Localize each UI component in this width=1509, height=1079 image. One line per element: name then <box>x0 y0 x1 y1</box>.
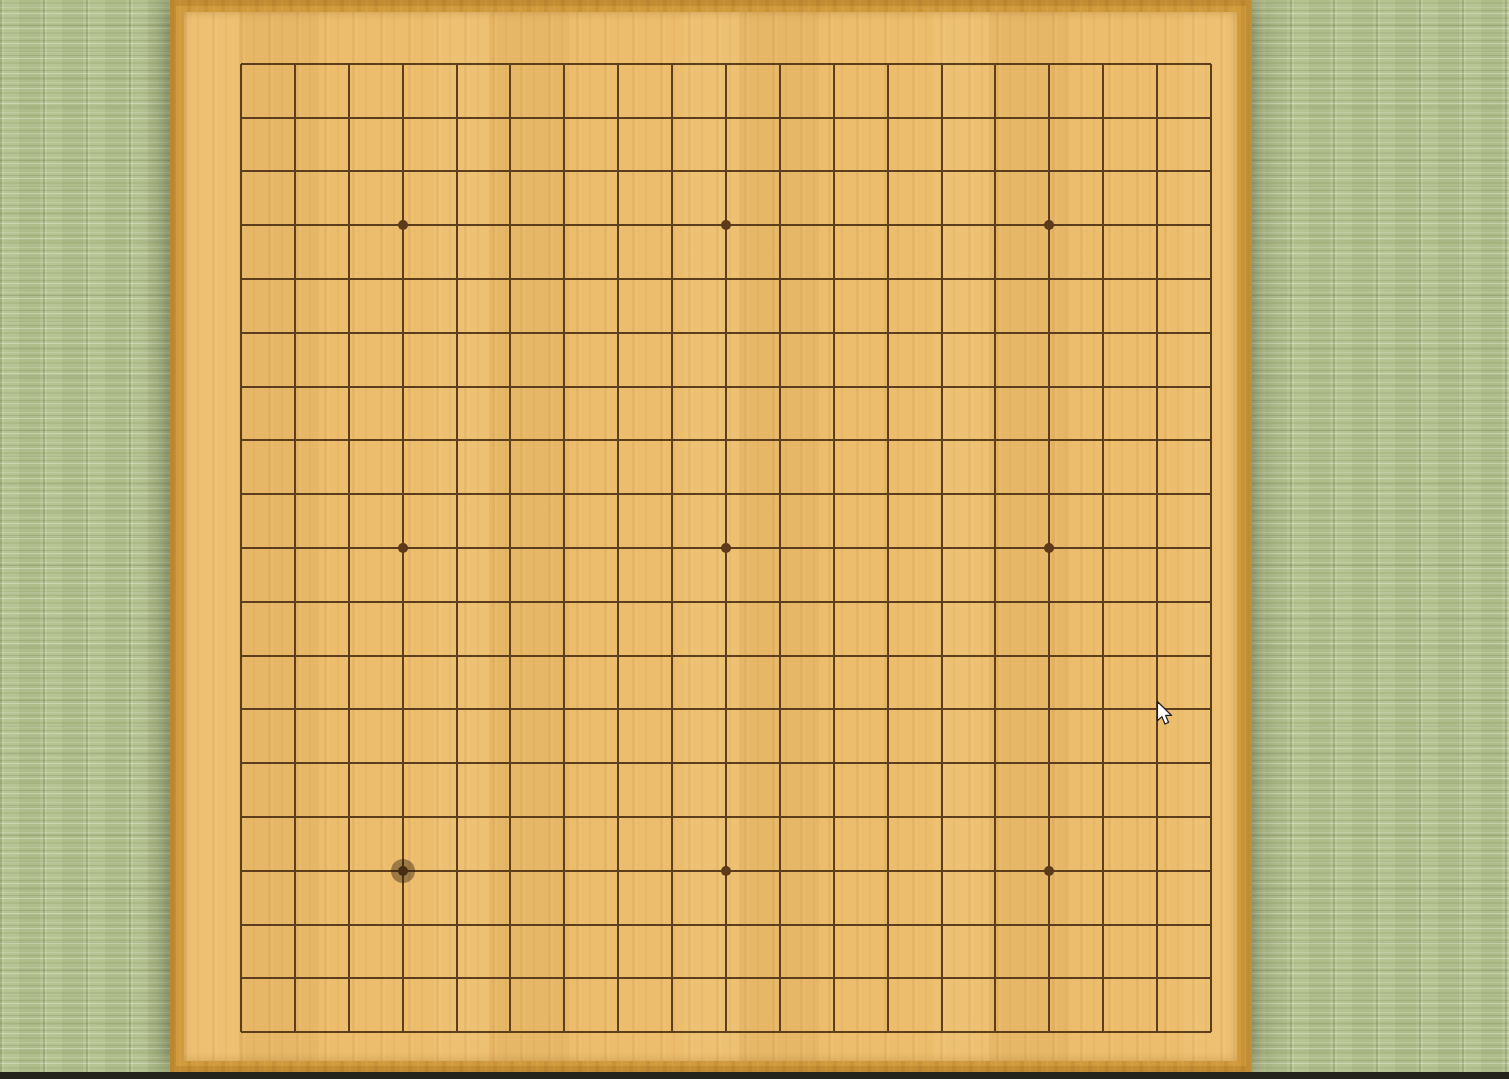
intersection-G1[interactable] <box>537 1005 591 1059</box>
intersection-R5[interactable] <box>1076 790 1130 844</box>
intersection-F9[interactable] <box>483 575 537 629</box>
intersection-F17[interactable] <box>483 145 537 199</box>
intersection-N5[interactable] <box>861 790 915 844</box>
intersection-T17[interactable] <box>1184 145 1238 199</box>
intersection-L13[interactable] <box>753 360 807 414</box>
intersection-F5[interactable] <box>483 790 537 844</box>
intersection-O8[interactable] <box>915 629 969 683</box>
intersection-R2[interactable] <box>1076 951 1130 1005</box>
intersection-A17[interactable] <box>214 145 268 199</box>
intersection-A9[interactable] <box>214 575 268 629</box>
intersection-D19[interactable] <box>376 37 430 91</box>
intersection-A8[interactable] <box>214 629 268 683</box>
intersection-Q15[interactable] <box>1022 252 1076 306</box>
intersection-Q8[interactable] <box>1022 629 1076 683</box>
intersection-N4[interactable] <box>861 844 915 898</box>
intersection-O16[interactable] <box>915 198 969 252</box>
intersection-O3[interactable] <box>915 898 969 952</box>
intersection-P12[interactable] <box>969 414 1023 468</box>
intersection-K3[interactable] <box>699 898 753 952</box>
intersection-N13[interactable] <box>861 360 915 414</box>
intersection-E3[interactable] <box>430 898 484 952</box>
intersection-L4[interactable] <box>753 844 807 898</box>
intersection-M14[interactable] <box>807 306 861 360</box>
intersection-G18[interactable] <box>537 91 591 145</box>
intersection-K2[interactable] <box>699 951 753 1005</box>
intersection-D8[interactable] <box>376 629 430 683</box>
intersection-S10[interactable] <box>1130 521 1184 575</box>
intersection-D12[interactable] <box>376 414 430 468</box>
intersection-E15[interactable] <box>430 252 484 306</box>
intersection-S16[interactable] <box>1130 198 1184 252</box>
intersection-M3[interactable] <box>807 898 861 952</box>
intersection-O15[interactable] <box>915 252 969 306</box>
intersection-P14[interactable] <box>969 306 1023 360</box>
intersection-G3[interactable] <box>537 898 591 952</box>
intersection-T8[interactable] <box>1184 629 1238 683</box>
intersection-Q17[interactable] <box>1022 145 1076 199</box>
intersection-O13[interactable] <box>915 360 969 414</box>
intersection-E11[interactable] <box>430 467 484 521</box>
intersection-H5[interactable] <box>591 790 645 844</box>
intersection-N12[interactable] <box>861 414 915 468</box>
intersection-P16[interactable] <box>969 198 1023 252</box>
intersection-A13[interactable] <box>214 360 268 414</box>
intersection-P10[interactable] <box>969 521 1023 575</box>
intersection-F8[interactable] <box>483 629 537 683</box>
intersection-D17[interactable] <box>376 145 430 199</box>
intersection-Q12[interactable] <box>1022 414 1076 468</box>
intersection-D2[interactable] <box>376 951 430 1005</box>
intersection-D11[interactable] <box>376 467 430 521</box>
intersection-M19[interactable] <box>807 37 861 91</box>
intersection-D18[interactable] <box>376 91 430 145</box>
intersection-D3[interactable] <box>376 898 430 952</box>
intersection-T5[interactable] <box>1184 790 1238 844</box>
intersection-Q13[interactable] <box>1022 360 1076 414</box>
intersection-R1[interactable] <box>1076 1005 1130 1059</box>
intersection-C8[interactable] <box>322 629 376 683</box>
intersection-G6[interactable] <box>537 736 591 790</box>
intersection-K18[interactable] <box>699 91 753 145</box>
intersection-A10[interactable] <box>214 521 268 575</box>
intersection-G9[interactable] <box>537 575 591 629</box>
intersection-L2[interactable] <box>753 951 807 1005</box>
intersection-M17[interactable] <box>807 145 861 199</box>
intersection-F3[interactable] <box>483 898 537 952</box>
intersection-O5[interactable] <box>915 790 969 844</box>
intersection-C15[interactable] <box>322 252 376 306</box>
intersection-N7[interactable] <box>861 682 915 736</box>
intersection-B14[interactable] <box>268 306 322 360</box>
intersection-Q4[interactable] <box>1022 844 1076 898</box>
intersection-K1[interactable] <box>699 1005 753 1059</box>
intersection-N17[interactable] <box>861 145 915 199</box>
intersection-D14[interactable] <box>376 306 430 360</box>
intersection-E18[interactable] <box>430 91 484 145</box>
intersection-Q1[interactable] <box>1022 1005 1076 1059</box>
intersection-O18[interactable] <box>915 91 969 145</box>
intersection-S19[interactable] <box>1130 37 1184 91</box>
intersection-C5[interactable] <box>322 790 376 844</box>
intersection-T7[interactable] <box>1184 682 1238 736</box>
intersection-S8[interactable] <box>1130 629 1184 683</box>
intersection-O19[interactable] <box>915 37 969 91</box>
intersection-K16[interactable] <box>699 198 753 252</box>
intersection-G7[interactable] <box>537 682 591 736</box>
intersection-M12[interactable] <box>807 414 861 468</box>
intersection-F12[interactable] <box>483 414 537 468</box>
intersection-Q16[interactable] <box>1022 198 1076 252</box>
intersection-L11[interactable] <box>753 467 807 521</box>
intersection-P11[interactable] <box>969 467 1023 521</box>
intersection-J17[interactable] <box>645 145 699 199</box>
intersection-H16[interactable] <box>591 198 645 252</box>
intersection-S3[interactable] <box>1130 898 1184 952</box>
intersection-R13[interactable] <box>1076 360 1130 414</box>
intersection-A15[interactable] <box>214 252 268 306</box>
intersection-E4[interactable] <box>430 844 484 898</box>
intersection-P5[interactable] <box>969 790 1023 844</box>
intersection-M1[interactable] <box>807 1005 861 1059</box>
intersection-K12[interactable] <box>699 414 753 468</box>
intersection-R12[interactable] <box>1076 414 1130 468</box>
intersection-S12[interactable] <box>1130 414 1184 468</box>
intersection-M16[interactable] <box>807 198 861 252</box>
intersection-N14[interactable] <box>861 306 915 360</box>
intersection-H17[interactable] <box>591 145 645 199</box>
intersection-N3[interactable] <box>861 898 915 952</box>
intersection-J10[interactable] <box>645 521 699 575</box>
intersection-Q19[interactable] <box>1022 37 1076 91</box>
intersection-M11[interactable] <box>807 467 861 521</box>
intersection-J7[interactable] <box>645 682 699 736</box>
intersection-C3[interactable] <box>322 898 376 952</box>
intersection-A6[interactable] <box>214 736 268 790</box>
intersection-B8[interactable] <box>268 629 322 683</box>
intersection-G5[interactable] <box>537 790 591 844</box>
intersection-R4[interactable] <box>1076 844 1130 898</box>
intersection-C4[interactable] <box>322 844 376 898</box>
intersection-R9[interactable] <box>1076 575 1130 629</box>
intersection-J16[interactable] <box>645 198 699 252</box>
intersection-D7[interactable] <box>376 682 430 736</box>
intersection-P18[interactable] <box>969 91 1023 145</box>
intersection-E19[interactable] <box>430 37 484 91</box>
intersection-P9[interactable] <box>969 575 1023 629</box>
intersection-S2[interactable] <box>1130 951 1184 1005</box>
intersection-F4[interactable] <box>483 844 537 898</box>
intersection-F18[interactable] <box>483 91 537 145</box>
intersection-T4[interactable] <box>1184 844 1238 898</box>
intersection-S7[interactable] <box>1130 682 1184 736</box>
intersection-T16[interactable] <box>1184 198 1238 252</box>
intersection-K7[interactable] <box>699 682 753 736</box>
intersection-J5[interactable] <box>645 790 699 844</box>
intersection-J3[interactable] <box>645 898 699 952</box>
intersection-R10[interactable] <box>1076 521 1130 575</box>
intersection-C17[interactable] <box>322 145 376 199</box>
intersection-S15[interactable] <box>1130 252 1184 306</box>
intersection-M13[interactable] <box>807 360 861 414</box>
intersection-B16[interactable] <box>268 198 322 252</box>
intersection-D10[interactable] <box>376 521 430 575</box>
intersection-H14[interactable] <box>591 306 645 360</box>
intersection-Q7[interactable] <box>1022 682 1076 736</box>
intersection-T9[interactable] <box>1184 575 1238 629</box>
intersection-F11[interactable] <box>483 467 537 521</box>
intersection-T6[interactable] <box>1184 736 1238 790</box>
intersection-J6[interactable] <box>645 736 699 790</box>
intersection-O10[interactable] <box>915 521 969 575</box>
intersection-M4[interactable] <box>807 844 861 898</box>
intersection-E5[interactable] <box>430 790 484 844</box>
intersection-D5[interactable] <box>376 790 430 844</box>
intersection-O2[interactable] <box>915 951 969 1005</box>
intersection-R16[interactable] <box>1076 198 1130 252</box>
intersection-D4[interactable] <box>376 844 430 898</box>
intersection-M5[interactable] <box>807 790 861 844</box>
intersection-F16[interactable] <box>483 198 537 252</box>
intersection-B10[interactable] <box>268 521 322 575</box>
intersection-J15[interactable] <box>645 252 699 306</box>
intersection-T11[interactable] <box>1184 467 1238 521</box>
intersection-C9[interactable] <box>322 575 376 629</box>
intersection-G2[interactable] <box>537 951 591 1005</box>
intersection-L1[interactable] <box>753 1005 807 1059</box>
intersection-P15[interactable] <box>969 252 1023 306</box>
intersection-N15[interactable] <box>861 252 915 306</box>
intersection-A18[interactable] <box>214 91 268 145</box>
intersection-M2[interactable] <box>807 951 861 1005</box>
intersection-N10[interactable] <box>861 521 915 575</box>
intersection-H15[interactable] <box>591 252 645 306</box>
intersection-B6[interactable] <box>268 736 322 790</box>
intersection-O4[interactable] <box>915 844 969 898</box>
intersection-N18[interactable] <box>861 91 915 145</box>
intersection-A11[interactable] <box>214 467 268 521</box>
intersection-R19[interactable] <box>1076 37 1130 91</box>
intersection-Q2[interactable] <box>1022 951 1076 1005</box>
intersection-F6[interactable] <box>483 736 537 790</box>
intersection-A12[interactable] <box>214 414 268 468</box>
intersection-K17[interactable] <box>699 145 753 199</box>
intersection-H3[interactable] <box>591 898 645 952</box>
intersection-T2[interactable] <box>1184 951 1238 1005</box>
intersection-G14[interactable] <box>537 306 591 360</box>
intersection-J14[interactable] <box>645 306 699 360</box>
intersection-E7[interactable] <box>430 682 484 736</box>
intersection-T1[interactable] <box>1184 1005 1238 1059</box>
intersection-H6[interactable] <box>591 736 645 790</box>
intersection-K14[interactable] <box>699 306 753 360</box>
intersection-A4[interactable] <box>214 844 268 898</box>
intersection-O1[interactable] <box>915 1005 969 1059</box>
intersection-E2[interactable] <box>430 951 484 1005</box>
intersection-P3[interactable] <box>969 898 1023 952</box>
intersection-M8[interactable] <box>807 629 861 683</box>
intersection-L5[interactable] <box>753 790 807 844</box>
intersection-G16[interactable] <box>537 198 591 252</box>
intersection-E6[interactable] <box>430 736 484 790</box>
intersection-G12[interactable] <box>537 414 591 468</box>
intersection-A2[interactable] <box>214 951 268 1005</box>
intersection-K4[interactable] <box>699 844 753 898</box>
intersection-P7[interactable] <box>969 682 1023 736</box>
intersection-L18[interactable] <box>753 91 807 145</box>
intersection-A14[interactable] <box>214 306 268 360</box>
intersection-A19[interactable] <box>214 37 268 91</box>
intersection-H8[interactable] <box>591 629 645 683</box>
intersection-L3[interactable] <box>753 898 807 952</box>
intersection-T14[interactable] <box>1184 306 1238 360</box>
intersection-N11[interactable] <box>861 467 915 521</box>
intersection-M15[interactable] <box>807 252 861 306</box>
intersection-G10[interactable] <box>537 521 591 575</box>
intersection-N8[interactable] <box>861 629 915 683</box>
intersection-S11[interactable] <box>1130 467 1184 521</box>
intersection-T13[interactable] <box>1184 360 1238 414</box>
intersection-C10[interactable] <box>322 521 376 575</box>
intersection-F1[interactable] <box>483 1005 537 1059</box>
intersection-R18[interactable] <box>1076 91 1130 145</box>
intersection-H7[interactable] <box>591 682 645 736</box>
intersection-R17[interactable] <box>1076 145 1130 199</box>
intersection-M18[interactable] <box>807 91 861 145</box>
intersection-A1[interactable] <box>214 1005 268 1059</box>
intersection-E14[interactable] <box>430 306 484 360</box>
intersection-B5[interactable] <box>268 790 322 844</box>
intersection-J11[interactable] <box>645 467 699 521</box>
intersection-K10[interactable] <box>699 521 753 575</box>
intersection-H13[interactable] <box>591 360 645 414</box>
intersection-D6[interactable] <box>376 736 430 790</box>
intersection-C12[interactable] <box>322 414 376 468</box>
intersection-T18[interactable] <box>1184 91 1238 145</box>
intersection-R15[interactable] <box>1076 252 1130 306</box>
intersection-B3[interactable] <box>268 898 322 952</box>
intersection-L17[interactable] <box>753 145 807 199</box>
intersection-L6[interactable] <box>753 736 807 790</box>
intersection-S9[interactable] <box>1130 575 1184 629</box>
intersection-Q3[interactable] <box>1022 898 1076 952</box>
intersection-C19[interactable] <box>322 37 376 91</box>
intersection-T19[interactable] <box>1184 37 1238 91</box>
intersection-K5[interactable] <box>699 790 753 844</box>
intersection-T15[interactable] <box>1184 252 1238 306</box>
intersection-F10[interactable] <box>483 521 537 575</box>
intersection-G17[interactable] <box>537 145 591 199</box>
intersection-L19[interactable] <box>753 37 807 91</box>
intersection-F14[interactable] <box>483 306 537 360</box>
intersection-S13[interactable] <box>1130 360 1184 414</box>
intersection-F7[interactable] <box>483 682 537 736</box>
intersection-P4[interactable] <box>969 844 1023 898</box>
intersection-O7[interactable] <box>915 682 969 736</box>
intersection-R14[interactable] <box>1076 306 1130 360</box>
intersection-J9[interactable] <box>645 575 699 629</box>
intersection-E10[interactable] <box>430 521 484 575</box>
intersection-B12[interactable] <box>268 414 322 468</box>
intersection-L15[interactable] <box>753 252 807 306</box>
intersection-E13[interactable] <box>430 360 484 414</box>
intersection-G13[interactable] <box>537 360 591 414</box>
intersection-L10[interactable] <box>753 521 807 575</box>
intersection-K11[interactable] <box>699 467 753 521</box>
intersection-C6[interactable] <box>322 736 376 790</box>
intersection-F2[interactable] <box>483 951 537 1005</box>
intersection-O11[interactable] <box>915 467 969 521</box>
intersection-R11[interactable] <box>1076 467 1130 521</box>
intersection-D9[interactable] <box>376 575 430 629</box>
intersection-L8[interactable] <box>753 629 807 683</box>
intersection-B2[interactable] <box>268 951 322 1005</box>
intersection-T12[interactable] <box>1184 414 1238 468</box>
intersection-S4[interactable] <box>1130 844 1184 898</box>
intersection-R8[interactable] <box>1076 629 1130 683</box>
intersection-M10[interactable] <box>807 521 861 575</box>
intersection-P1[interactable] <box>969 1005 1023 1059</box>
intersection-P19[interactable] <box>969 37 1023 91</box>
intersection-G8[interactable] <box>537 629 591 683</box>
intersection-P8[interactable] <box>969 629 1023 683</box>
intersection-F13[interactable] <box>483 360 537 414</box>
intersection-T3[interactable] <box>1184 898 1238 952</box>
intersection-T10[interactable] <box>1184 521 1238 575</box>
intersection-D13[interactable] <box>376 360 430 414</box>
intersection-Q10[interactable] <box>1022 521 1076 575</box>
intersection-G19[interactable] <box>537 37 591 91</box>
intersection-J1[interactable] <box>645 1005 699 1059</box>
intersection-O6[interactable] <box>915 736 969 790</box>
intersection-C18[interactable] <box>322 91 376 145</box>
intersection-N1[interactable] <box>861 1005 915 1059</box>
intersection-C16[interactable] <box>322 198 376 252</box>
intersection-B4[interactable] <box>268 844 322 898</box>
intersection-B18[interactable] <box>268 91 322 145</box>
intersection-J8[interactable] <box>645 629 699 683</box>
intersection-B1[interactable] <box>268 1005 322 1059</box>
intersection-H10[interactable] <box>591 521 645 575</box>
intersection-H18[interactable] <box>591 91 645 145</box>
intersection-H4[interactable] <box>591 844 645 898</box>
intersection-D16[interactable] <box>376 198 430 252</box>
intersection-B11[interactable] <box>268 467 322 521</box>
intersection-B7[interactable] <box>268 682 322 736</box>
intersection-H2[interactable] <box>591 951 645 1005</box>
intersection-N19[interactable] <box>861 37 915 91</box>
intersection-E12[interactable] <box>430 414 484 468</box>
intersection-B9[interactable] <box>268 575 322 629</box>
intersection-D15[interactable] <box>376 252 430 306</box>
intersection-S5[interactable] <box>1130 790 1184 844</box>
intersection-S1[interactable] <box>1130 1005 1184 1059</box>
intersection-Q9[interactable] <box>1022 575 1076 629</box>
intersection-P2[interactable] <box>969 951 1023 1005</box>
intersection-N2[interactable] <box>861 951 915 1005</box>
intersection-B13[interactable] <box>268 360 322 414</box>
intersection-H11[interactable] <box>591 467 645 521</box>
intersection-R6[interactable] <box>1076 736 1130 790</box>
intersection-B19[interactable] <box>268 37 322 91</box>
intersection-M6[interactable] <box>807 736 861 790</box>
intersection-S18[interactable] <box>1130 91 1184 145</box>
intersection-A16[interactable] <box>214 198 268 252</box>
intersection-H19[interactable] <box>591 37 645 91</box>
intersection-Q6[interactable] <box>1022 736 1076 790</box>
intersection-Q11[interactable] <box>1022 467 1076 521</box>
intersection-C11[interactable] <box>322 467 376 521</box>
